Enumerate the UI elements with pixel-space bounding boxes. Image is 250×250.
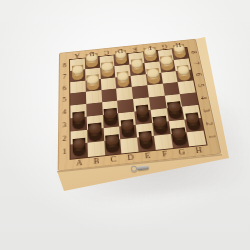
file-label-top-c: C [99, 48, 114, 57]
piece-dark-a3[interactable] [72, 118, 85, 130]
rank-label-right-6: 6 [189, 69, 206, 79]
file-label-top-a: A [70, 51, 85, 60]
rank-label-right-5: 5 [192, 81, 209, 91]
file-label-bottom-e: E [139, 150, 157, 162]
file-label-top-d: D [113, 47, 128, 56]
file-label-top-h: H [171, 40, 187, 49]
rank-label-left-1: 1 [58, 145, 70, 160]
piece-light-g7[interactable] [161, 61, 174, 71]
rank-label-right-8: 8 [185, 48, 201, 57]
rank-label-left-3: 3 [59, 118, 70, 132]
board-grid [70, 48, 206, 159]
file-label-bottom-h: H [189, 145, 208, 157]
piece-dark-a1[interactable] [72, 145, 86, 158]
piece-light-e7[interactable] [131, 64, 144, 74]
file-label-bottom-a: A [71, 157, 88, 169]
file-label-top-f: F [142, 43, 157, 52]
piece-light-b8[interactable] [86, 58, 98, 68]
piece-dark-e3[interactable] [136, 111, 150, 123]
piece-dark-g1[interactable] [172, 134, 187, 146]
rank-label-right-2: 2 [199, 118, 217, 129]
file-label-bottom-b: B [88, 155, 106, 167]
piece-light-b6[interactable] [87, 80, 99, 90]
piece-dark-f2[interactable] [154, 122, 169, 134]
piece-dark-e1[interactable] [139, 138, 154, 150]
photo-background: AABBCCDDEEFFGGHH8877665544332211 [0, 0, 250, 250]
file-label-top-b: B [84, 50, 99, 59]
rank-label-right-4: 4 [194, 93, 212, 103]
rank-label-right-3: 3 [197, 105, 215, 116]
file-label-bottom-g: G [172, 146, 191, 158]
piece-light-f6[interactable] [147, 74, 160, 84]
checkers-board: AABBCCDDEEFFGGHH8877665544332211 [58, 39, 222, 172]
file-label-top-g: G [156, 42, 172, 51]
file-label-bottom-d: D [122, 152, 140, 164]
piece-dark-b2[interactable] [89, 129, 103, 141]
file-label-bottom-f: F [155, 148, 174, 160]
piece-light-a7[interactable] [72, 70, 84, 80]
piece-dark-g3[interactable] [168, 108, 183, 120]
piece-light-c7[interactable] [101, 67, 113, 77]
board-wrap: AABBCCDDEEFFGGHH8877665544332211 [58, 39, 222, 172]
piece-dark-c1[interactable] [106, 141, 120, 154]
latch-hook-icon [137, 165, 149, 170]
piece-light-d6[interactable] [117, 77, 130, 87]
piece-dark-d2[interactable] [121, 126, 135, 138]
piece-light-d8[interactable] [115, 55, 127, 65]
piece-light-f8[interactable] [144, 52, 157, 62]
rank-label-right-1: 1 [202, 131, 221, 142]
rank-label-right-7: 7 [187, 58, 204, 67]
piece-dark-c3[interactable] [104, 115, 117, 127]
file-label-bottom-c: C [105, 153, 123, 165]
rank-label-left-2: 2 [58, 131, 70, 146]
file-label-top-e: E [127, 45, 142, 54]
metal-latch [130, 162, 151, 175]
